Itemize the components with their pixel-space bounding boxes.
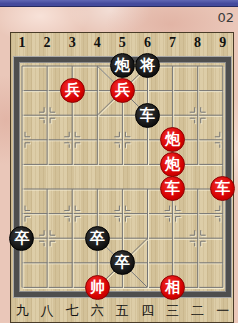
file-label: 8 (185, 35, 210, 50)
file-label: 三 (160, 303, 185, 318)
file-labels-top: 123456789 (9, 35, 235, 50)
file-label: 1 (9, 35, 34, 50)
black-soldier-piece[interactable]: 卒 (85, 226, 110, 251)
black-soldier-piece[interactable]: 卒 (110, 250, 135, 275)
screen: 02 123456789 九八七六五四三二一 炮将兵兵车炮炮车车卒卒卒帅相 (0, 0, 238, 323)
red-soldier-piece[interactable]: 兵 (60, 78, 85, 103)
file-labels-bottom: 九八七六五四三二一 (9, 303, 235, 318)
file-label: 二 (185, 303, 210, 318)
file-label: 4 (85, 35, 110, 50)
black-cannon-piece[interactable]: 炮 (110, 53, 135, 78)
file-label: 六 (85, 303, 110, 318)
xiangqi-board[interactable]: 123456789 九八七六五四三二一 炮将兵兵车炮炮车车卒卒卒帅相 (10, 32, 234, 323)
file-label: 7 (160, 35, 185, 50)
file-label: 9 (210, 35, 235, 50)
file-label: 九 (9, 303, 34, 318)
file-label: 四 (135, 303, 160, 318)
black-soldier-piece[interactable]: 卒 (9, 226, 34, 251)
file-label: 一 (210, 303, 235, 318)
file-label: 6 (135, 35, 160, 50)
red-cannon-piece[interactable]: 炮 (160, 127, 185, 152)
file-label: 八 (35, 303, 60, 318)
file-label: 3 (60, 35, 85, 50)
file-label: 七 (60, 303, 85, 318)
red-chariot-piece[interactable]: 车 (160, 176, 185, 201)
window-titlebar-strip (0, 0, 238, 7)
file-label: 5 (110, 35, 135, 50)
red-chariot-piece[interactable]: 车 (210, 176, 235, 201)
black-chariot-piece[interactable]: 车 (135, 103, 160, 128)
black-general-piece[interactable]: 将 (135, 53, 160, 78)
red-elephant-piece[interactable]: 相 (160, 275, 185, 300)
red-cannon-piece[interactable]: 炮 (160, 152, 185, 177)
file-label: 2 (35, 35, 60, 50)
red-general-piece[interactable]: 帅 (85, 275, 110, 300)
red-soldier-piece[interactable]: 兵 (110, 78, 135, 103)
file-label: 五 (110, 303, 135, 318)
board-number-label: 02 (217, 10, 234, 25)
pieces-grid: 炮将兵兵车炮炮车车卒卒卒帅相 (9, 54, 235, 300)
